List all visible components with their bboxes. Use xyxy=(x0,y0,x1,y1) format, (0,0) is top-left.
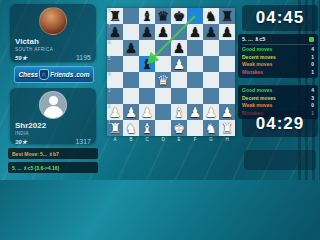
black-pawn-b6[interactable]: ♟ xyxy=(123,40,139,56)
stat-value: 0 xyxy=(311,61,314,69)
square-a3[interactable]: 3 xyxy=(107,88,123,104)
square-d8[interactable]: ♛ xyxy=(155,8,171,24)
stat-label: Weak moves xyxy=(242,102,272,110)
square-g7[interactable]: ♟ xyxy=(203,24,219,40)
square-h8[interactable]: ♜ xyxy=(219,8,235,24)
white-bishop-e2[interactable]: ♝ xyxy=(171,104,187,120)
square-d5[interactable] xyxy=(155,56,171,72)
stat-label: Decent moves xyxy=(242,95,276,103)
square-h7[interactable]: ♟ xyxy=(219,24,235,40)
avatar-bottom[interactable] xyxy=(39,91,67,119)
player-stars-top: 59★ xyxy=(15,54,27,61)
square-h4[interactable] xyxy=(219,72,235,88)
black-pawn-g7[interactable]: ♟ xyxy=(203,24,219,40)
file-label-e: E xyxy=(171,136,187,144)
white-pawn-e5[interactable]: ♟ xyxy=(171,56,187,72)
rank-label-6: 6 xyxy=(108,40,111,45)
black-bishop-c8[interactable]: ♝ xyxy=(139,8,155,24)
white-pawn-f2[interactable]: ♟ xyxy=(187,104,203,120)
square-a5[interactable]: 5 xyxy=(107,56,123,72)
black-rook-h8[interactable]: ♜ xyxy=(219,8,235,24)
stat-value: 1 xyxy=(311,69,314,77)
square-b4[interactable] xyxy=(123,72,139,88)
white-pawn-b2[interactable]: ♟ xyxy=(123,104,139,120)
square-c4[interactable] xyxy=(139,72,155,88)
logo-text-friends: Friends xyxy=(50,71,73,78)
square-b7[interactable] xyxy=(123,24,139,40)
white-knight-g1[interactable]: ♞ xyxy=(203,120,219,136)
file-label-a: A xyxy=(107,136,123,144)
avatar-top[interactable] xyxy=(39,7,67,35)
square-f1[interactable] xyxy=(187,120,203,136)
square-g8[interactable]: ♞ xyxy=(203,8,219,24)
square-g6[interactable] xyxy=(203,40,219,56)
white-rook-h1[interactable]: ♜ xyxy=(219,120,235,136)
square-e4[interactable] xyxy=(171,72,187,88)
stat-value: 1 xyxy=(311,54,314,62)
square-g2[interactable]: ♟ xyxy=(203,104,219,120)
square-c8[interactable]: ♝ xyxy=(139,8,155,24)
best-move-text: Best Move: 5... ♗b7 xyxy=(8,148,98,159)
file-label-f: F xyxy=(187,136,203,144)
white-pawn-h2[interactable]: ♟ xyxy=(219,104,235,120)
square-g1[interactable]: ♞ xyxy=(203,120,219,136)
square-f5[interactable] xyxy=(187,56,203,72)
square-h1[interactable]: ♜ xyxy=(219,120,235,136)
square-g4[interactable] xyxy=(203,72,219,88)
square-e1[interactable]: ♚ xyxy=(171,120,187,136)
stat-value: 4 xyxy=(311,87,314,95)
square-e5[interactable]: ♟ xyxy=(171,56,187,72)
black-pawn-e6[interactable]: ♟ xyxy=(171,40,187,56)
player-card-bottom: Shr2022 INDIA 39★ 1317 xyxy=(10,88,96,144)
square-a1[interactable]: 1♜ xyxy=(107,120,123,136)
rank-label-1: 1 xyxy=(108,120,111,125)
white-pawn-c2[interactable]: ♟ xyxy=(139,104,155,120)
black-pawn-a7[interactable]: ♟ xyxy=(107,24,123,40)
clock-top: 04:45 xyxy=(242,5,318,31)
file-label-g: G xyxy=(203,136,219,144)
player-rating-bottom: 1317 xyxy=(75,138,91,145)
square-d6[interactable] xyxy=(155,40,171,56)
square-c5[interactable]: ♝ xyxy=(139,56,155,72)
black-pawn-h7[interactable]: ♟ xyxy=(219,24,235,40)
square-a6[interactable]: 6 xyxy=(107,40,123,56)
square-e2[interactable]: ♝ xyxy=(171,104,187,120)
stat-label: Good moves xyxy=(242,46,272,54)
square-b1[interactable]: ♞ xyxy=(123,120,139,136)
black-bishop-c5[interactable]: ♝ xyxy=(139,56,155,72)
player-name-top: Victah xyxy=(15,37,91,46)
square-b2[interactable]: ♟ xyxy=(123,104,139,120)
white-pawn-a2[interactable]: ♟ xyxy=(107,104,123,120)
square-e3[interactable] xyxy=(171,88,187,104)
stat-label: Weak moves xyxy=(242,61,272,69)
logo-text-domain: .com xyxy=(74,71,89,78)
square-h2[interactable]: ♟ xyxy=(219,104,235,120)
stat-value: 3 xyxy=(311,95,314,103)
square-d2[interactable] xyxy=(155,104,171,120)
player-country-top: SOUTH AFRICA xyxy=(15,47,91,52)
square-b3[interactable] xyxy=(123,88,139,104)
rank-label-2: 2 xyxy=(108,104,111,109)
square-f3[interactable] xyxy=(187,88,203,104)
last-move-label: 5. ... ♗c5 xyxy=(242,36,265,42)
rank-label-3: 3 xyxy=(108,88,111,93)
file-label-h: H xyxy=(219,136,235,144)
square-f2[interactable]: ♟ xyxy=(187,104,203,120)
stat-value: 0 xyxy=(311,102,314,110)
bottom-right-panel xyxy=(244,150,316,170)
square-f4[interactable] xyxy=(187,72,203,88)
file-label-b: B xyxy=(123,136,139,144)
square-b5[interactable] xyxy=(123,56,139,72)
stat-label: Mistakes xyxy=(242,69,263,77)
stat-value: 4 xyxy=(311,46,314,54)
stats-panel-top: 5. ... ♗c5 Good moves4 Decent moves1 Wea… xyxy=(238,34,318,78)
square-a2[interactable]: 2♟ xyxy=(107,104,123,120)
square-a7[interactable]: 7♟ xyxy=(107,24,123,40)
rank-label-4: 4 xyxy=(108,72,111,77)
white-pawn-g2[interactable]: ♟ xyxy=(203,104,219,120)
square-f8[interactable] xyxy=(187,8,203,24)
square-b8[interactable] xyxy=(123,8,139,24)
rank-label-8: 8 xyxy=(108,8,111,13)
square-g3[interactable] xyxy=(203,88,219,104)
square-c1[interactable]: ♝ xyxy=(139,120,155,136)
square-c7[interactable]: ♟ xyxy=(139,24,155,40)
white-queen-d4[interactable]: ♛ xyxy=(155,72,171,88)
square-f7[interactable]: ♟ xyxy=(187,24,203,40)
black-knight-g8[interactable]: ♞ xyxy=(203,8,219,24)
square-c6[interactable] xyxy=(139,40,155,56)
player-country-bottom: INDIA xyxy=(15,131,91,136)
black-pawn-c7[interactable]: ♟ xyxy=(139,24,155,40)
white-knight-b1[interactable]: ♞ xyxy=(123,120,139,136)
square-f6[interactable] xyxy=(187,40,203,56)
square-h6[interactable] xyxy=(219,40,235,56)
chess-board: 8♜♝♛♚♞♜7♟♟♟♟♟♟6♟♟5♝♟4♛32♟♟♟♝♟♟♟1♜♞♝♚♞♜ xyxy=(107,8,235,136)
player-name-bottom: Shr2022 xyxy=(15,121,91,130)
white-king-e1[interactable]: ♚ xyxy=(171,120,187,136)
square-d7[interactable]: ♟ xyxy=(155,24,171,40)
player-rating-top: 1195 xyxy=(76,54,91,61)
square-d1[interactable] xyxy=(155,120,171,136)
stat-label: Decent moves xyxy=(242,54,276,62)
black-queen-d8[interactable]: ♛ xyxy=(155,8,171,24)
clock-bottom: 04:29 xyxy=(242,111,318,137)
square-b6[interactable]: ♟ xyxy=(123,40,139,56)
file-label-c: C xyxy=(139,136,155,144)
black-king-e8[interactable]: ♚ xyxy=(171,8,187,24)
square-h5[interactable] xyxy=(219,56,235,72)
logo-text-chess: Chess xyxy=(18,71,38,78)
stat-label: Good moves xyxy=(242,87,272,95)
square-h3[interactable] xyxy=(219,88,235,104)
square-d3[interactable] xyxy=(155,88,171,104)
file-labels: ABCDEFGH xyxy=(107,136,235,144)
black-pawn-d7[interactable]: ♟ xyxy=(155,24,171,40)
rank-label-5: 5 xyxy=(108,56,111,61)
white-rook-a1[interactable]: ♜ xyxy=(107,120,123,136)
player-card-top: Victah SOUTH AFRICA 59★ 1195 xyxy=(10,4,96,62)
square-e6[interactable]: ♟ xyxy=(171,40,187,56)
knight-shield-icon: ♘ xyxy=(39,69,49,80)
rank-label-7: 7 xyxy=(108,24,111,29)
played-move-eval-text: 5. ... ♗c5 (3.6->4.16) xyxy=(8,162,98,173)
square-a4[interactable]: 4 xyxy=(107,72,123,88)
square-c3[interactable] xyxy=(139,88,155,104)
square-c2[interactable]: ♟ xyxy=(139,104,155,120)
white-bishop-c1[interactable]: ♝ xyxy=(139,120,155,136)
black-rook-a8[interactable]: ♜ xyxy=(107,8,123,24)
square-e7[interactable] xyxy=(171,24,187,40)
square-d4[interactable]: ♛ xyxy=(155,72,171,88)
file-label-d: D xyxy=(155,136,171,144)
square-a8[interactable]: 8♜ xyxy=(107,8,123,24)
chessfriends-logo[interactable]: Chess ♘ Friends .com xyxy=(14,66,94,83)
square-e8[interactable]: ♚ xyxy=(171,8,187,24)
move-quality-indicator xyxy=(309,37,314,42)
player-stars-bottom: 39★ xyxy=(15,138,27,145)
black-pawn-f7[interactable]: ♟ xyxy=(187,24,203,40)
square-g5[interactable] xyxy=(203,56,219,72)
